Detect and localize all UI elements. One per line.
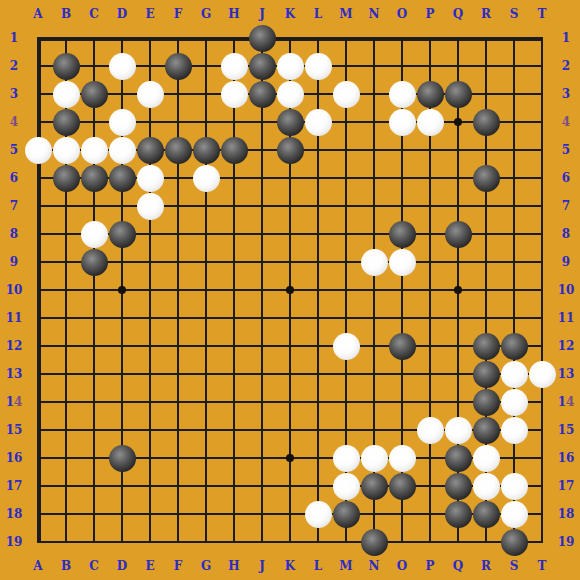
point-E9[interactable] <box>136 248 164 276</box>
point-M10[interactable] <box>332 276 360 304</box>
point-K4[interactable] <box>276 108 304 136</box>
point-Q11[interactable] <box>444 304 472 332</box>
point-N10[interactable] <box>360 276 388 304</box>
point-D13[interactable] <box>108 360 136 388</box>
point-M1[interactable] <box>332 24 360 52</box>
coord-label-left-13[interactable]: 13 <box>2 366 26 382</box>
coord-label-left-3[interactable]: 3 <box>2 86 26 102</box>
coord-label-right-19[interactable]: 19 <box>554 534 578 550</box>
point-M19[interactable] <box>332 528 360 556</box>
point-H11[interactable] <box>220 304 248 332</box>
point-E17[interactable] <box>136 472 164 500</box>
point-M2[interactable] <box>332 52 360 80</box>
point-A9[interactable] <box>24 248 52 276</box>
point-D2[interactable] <box>108 52 136 80</box>
point-G18[interactable] <box>192 500 220 528</box>
point-P7[interactable] <box>416 192 444 220</box>
point-A12[interactable] <box>24 332 52 360</box>
point-B14[interactable] <box>52 388 80 416</box>
point-P19[interactable] <box>416 528 444 556</box>
point-K1[interactable] <box>276 24 304 52</box>
coord-label-left-19[interactable]: 19 <box>2 534 26 550</box>
point-H12[interactable] <box>220 332 248 360</box>
point-B11[interactable] <box>52 304 80 332</box>
point-F5[interactable] <box>164 136 192 164</box>
point-R16[interactable] <box>472 444 500 472</box>
point-A16[interactable] <box>24 444 52 472</box>
point-C11[interactable] <box>80 304 108 332</box>
coord-label-left-8[interactable]: 8 <box>2 226 26 242</box>
coord-label-left-10[interactable]: 10 <box>2 282 26 298</box>
point-S13[interactable] <box>500 360 528 388</box>
point-M3[interactable] <box>332 80 360 108</box>
point-A15[interactable] <box>24 416 52 444</box>
point-Q9[interactable] <box>444 248 472 276</box>
point-G16[interactable] <box>192 444 220 472</box>
point-O14[interactable] <box>388 388 416 416</box>
point-L4[interactable] <box>304 108 332 136</box>
point-G12[interactable] <box>192 332 220 360</box>
coord-label-right-14[interactable]: 14 <box>554 394 578 410</box>
point-N3[interactable] <box>360 80 388 108</box>
point-C15[interactable] <box>80 416 108 444</box>
point-T9[interactable] <box>528 248 556 276</box>
point-T13[interactable] <box>528 360 556 388</box>
point-O5[interactable] <box>388 136 416 164</box>
point-G5[interactable] <box>192 136 220 164</box>
point-A3[interactable] <box>24 80 52 108</box>
point-P8[interactable] <box>416 220 444 248</box>
point-K9[interactable] <box>276 248 304 276</box>
point-B19[interactable] <box>52 528 80 556</box>
point-F8[interactable] <box>164 220 192 248</box>
point-D4[interactable] <box>108 108 136 136</box>
point-L8[interactable] <box>304 220 332 248</box>
point-F14[interactable] <box>164 388 192 416</box>
point-O4[interactable] <box>388 108 416 136</box>
point-K17[interactable] <box>276 472 304 500</box>
point-K5[interactable] <box>276 136 304 164</box>
point-M5[interactable] <box>332 136 360 164</box>
point-N19[interactable] <box>360 528 388 556</box>
point-M6[interactable] <box>332 164 360 192</box>
point-A2[interactable] <box>24 52 52 80</box>
point-P15[interactable] <box>416 416 444 444</box>
point-Q18[interactable] <box>444 500 472 528</box>
coord-label-right-18[interactable]: 18 <box>554 506 578 522</box>
coord-label-top-Q[interactable]: Q <box>446 6 470 22</box>
point-K7[interactable] <box>276 192 304 220</box>
point-G9[interactable] <box>192 248 220 276</box>
point-J9[interactable] <box>248 248 276 276</box>
point-L7[interactable] <box>304 192 332 220</box>
point-L15[interactable] <box>304 416 332 444</box>
point-H6[interactable] <box>220 164 248 192</box>
coord-label-right-5[interactable]: 5 <box>554 142 578 158</box>
coord-label-top-C[interactable]: C <box>82 6 106 22</box>
point-N17[interactable] <box>360 472 388 500</box>
coord-label-left-11[interactable]: 11 <box>2 310 26 326</box>
point-Q1[interactable] <box>444 24 472 52</box>
point-O12[interactable] <box>388 332 416 360</box>
point-J4[interactable] <box>248 108 276 136</box>
point-A6[interactable] <box>24 164 52 192</box>
coord-label-right-12[interactable]: 12 <box>554 338 578 354</box>
point-R18[interactable] <box>472 500 500 528</box>
point-E6[interactable] <box>136 164 164 192</box>
coord-label-bottom-Q[interactable]: Q <box>446 558 470 574</box>
point-K8[interactable] <box>276 220 304 248</box>
point-B3[interactable] <box>52 80 80 108</box>
point-N12[interactable] <box>360 332 388 360</box>
point-B6[interactable] <box>52 164 80 192</box>
point-Q10[interactable] <box>444 276 472 304</box>
point-G2[interactable] <box>192 52 220 80</box>
point-E5[interactable] <box>136 136 164 164</box>
point-D12[interactable] <box>108 332 136 360</box>
point-F10[interactable] <box>164 276 192 304</box>
point-Q15[interactable] <box>444 416 472 444</box>
point-R6[interactable] <box>472 164 500 192</box>
point-L12[interactable] <box>304 332 332 360</box>
coord-label-bottom-L[interactable]: L <box>306 558 330 574</box>
coord-label-right-8[interactable]: 8 <box>554 226 578 242</box>
coord-label-top-A[interactable]: A <box>26 6 50 22</box>
point-L2[interactable] <box>304 52 332 80</box>
point-G15[interactable] <box>192 416 220 444</box>
point-C8[interactable] <box>80 220 108 248</box>
point-R19[interactable] <box>472 528 500 556</box>
point-K12[interactable] <box>276 332 304 360</box>
point-J12[interactable] <box>248 332 276 360</box>
point-G14[interactable] <box>192 388 220 416</box>
coord-label-right-11[interactable]: 11 <box>554 310 578 326</box>
point-C12[interactable] <box>80 332 108 360</box>
coord-label-top-D[interactable]: D <box>110 6 134 22</box>
point-F16[interactable] <box>164 444 192 472</box>
point-D7[interactable] <box>108 192 136 220</box>
coord-label-top-J[interactable]: J <box>250 6 274 22</box>
point-G17[interactable] <box>192 472 220 500</box>
point-O19[interactable] <box>388 528 416 556</box>
point-D16[interactable] <box>108 444 136 472</box>
point-S6[interactable] <box>500 164 528 192</box>
coord-label-left-18[interactable]: 18 <box>2 506 26 522</box>
point-D1[interactable] <box>108 24 136 52</box>
point-H4[interactable] <box>220 108 248 136</box>
point-D14[interactable] <box>108 388 136 416</box>
point-P2[interactable] <box>416 52 444 80</box>
point-M7[interactable] <box>332 192 360 220</box>
point-C10[interactable] <box>80 276 108 304</box>
coord-label-top-L[interactable]: L <box>306 6 330 22</box>
point-M4[interactable] <box>332 108 360 136</box>
point-P16[interactable] <box>416 444 444 472</box>
point-C2[interactable] <box>80 52 108 80</box>
point-G11[interactable] <box>192 304 220 332</box>
coord-label-left-6[interactable]: 6 <box>2 170 26 186</box>
point-L11[interactable] <box>304 304 332 332</box>
point-P14[interactable] <box>416 388 444 416</box>
point-T10[interactable] <box>528 276 556 304</box>
point-G13[interactable] <box>192 360 220 388</box>
point-B7[interactable] <box>52 192 80 220</box>
point-E3[interactable] <box>136 80 164 108</box>
point-B8[interactable] <box>52 220 80 248</box>
point-B15[interactable] <box>52 416 80 444</box>
point-P3[interactable] <box>416 80 444 108</box>
point-S10[interactable] <box>500 276 528 304</box>
point-F7[interactable] <box>164 192 192 220</box>
point-L3[interactable] <box>304 80 332 108</box>
point-M15[interactable] <box>332 416 360 444</box>
point-R4[interactable] <box>472 108 500 136</box>
point-M12[interactable] <box>332 332 360 360</box>
point-H16[interactable] <box>220 444 248 472</box>
coord-label-bottom-R[interactable]: R <box>474 558 498 574</box>
coord-label-right-9[interactable]: 9 <box>554 254 578 270</box>
point-Q16[interactable] <box>444 444 472 472</box>
point-M11[interactable] <box>332 304 360 332</box>
point-G10[interactable] <box>192 276 220 304</box>
point-L14[interactable] <box>304 388 332 416</box>
point-M9[interactable] <box>332 248 360 276</box>
point-J7[interactable] <box>248 192 276 220</box>
point-J2[interactable] <box>248 52 276 80</box>
point-D15[interactable] <box>108 416 136 444</box>
point-Q7[interactable] <box>444 192 472 220</box>
point-H13[interactable] <box>220 360 248 388</box>
point-A4[interactable] <box>24 108 52 136</box>
point-D11[interactable] <box>108 304 136 332</box>
point-P4[interactable] <box>416 108 444 136</box>
point-B12[interactable] <box>52 332 80 360</box>
point-E1[interactable] <box>136 24 164 52</box>
point-Q19[interactable] <box>444 528 472 556</box>
point-E2[interactable] <box>136 52 164 80</box>
point-C14[interactable] <box>80 388 108 416</box>
point-B13[interactable] <box>52 360 80 388</box>
point-O1[interactable] <box>388 24 416 52</box>
point-L16[interactable] <box>304 444 332 472</box>
point-A11[interactable] <box>24 304 52 332</box>
point-J1[interactable] <box>248 24 276 52</box>
point-T4[interactable] <box>528 108 556 136</box>
point-E18[interactable] <box>136 500 164 528</box>
point-R10[interactable] <box>472 276 500 304</box>
point-L10[interactable] <box>304 276 332 304</box>
coord-label-right-16[interactable]: 16 <box>554 450 578 466</box>
point-R11[interactable] <box>472 304 500 332</box>
point-S8[interactable] <box>500 220 528 248</box>
point-N9[interactable] <box>360 248 388 276</box>
coord-label-left-1[interactable]: 1 <box>2 30 26 46</box>
point-G19[interactable] <box>192 528 220 556</box>
point-K11[interactable] <box>276 304 304 332</box>
point-T11[interactable] <box>528 304 556 332</box>
coord-label-left-7[interactable]: 7 <box>2 198 26 214</box>
point-Q5[interactable] <box>444 136 472 164</box>
point-M18[interactable] <box>332 500 360 528</box>
point-A18[interactable] <box>24 500 52 528</box>
coord-label-top-T[interactable]: T <box>530 6 554 22</box>
coord-label-right-3[interactable]: 3 <box>554 86 578 102</box>
coord-label-left-14[interactable]: 14 <box>2 394 26 410</box>
point-C3[interactable] <box>80 80 108 108</box>
point-L18[interactable] <box>304 500 332 528</box>
point-A1[interactable] <box>24 24 52 52</box>
point-O6[interactable] <box>388 164 416 192</box>
coord-label-right-6[interactable]: 6 <box>554 170 578 186</box>
point-S14[interactable] <box>500 388 528 416</box>
point-C4[interactable] <box>80 108 108 136</box>
point-C1[interactable] <box>80 24 108 52</box>
point-N18[interactable] <box>360 500 388 528</box>
point-C9[interactable] <box>80 248 108 276</box>
point-S2[interactable] <box>500 52 528 80</box>
point-H9[interactable] <box>220 248 248 276</box>
point-D18[interactable] <box>108 500 136 528</box>
coord-label-right-4[interactable]: 4 <box>554 114 578 130</box>
point-L17[interactable] <box>304 472 332 500</box>
point-F15[interactable] <box>164 416 192 444</box>
point-F3[interactable] <box>164 80 192 108</box>
point-H7[interactable] <box>220 192 248 220</box>
point-Q4[interactable] <box>444 108 472 136</box>
point-T7[interactable] <box>528 192 556 220</box>
point-S3[interactable] <box>500 80 528 108</box>
point-R1[interactable] <box>472 24 500 52</box>
point-B9[interactable] <box>52 248 80 276</box>
coord-label-top-E[interactable]: E <box>138 6 162 22</box>
coord-label-bottom-G[interactable]: G <box>194 558 218 574</box>
point-C5[interactable] <box>80 136 108 164</box>
point-L13[interactable] <box>304 360 332 388</box>
point-S1[interactable] <box>500 24 528 52</box>
coord-label-top-B[interactable]: B <box>54 6 78 22</box>
point-D19[interactable] <box>108 528 136 556</box>
point-M16[interactable] <box>332 444 360 472</box>
point-B4[interactable] <box>52 108 80 136</box>
coord-label-bottom-S[interactable]: S <box>502 558 526 574</box>
point-F9[interactable] <box>164 248 192 276</box>
coord-label-top-G[interactable]: G <box>194 6 218 22</box>
point-T18[interactable] <box>528 500 556 528</box>
point-Q8[interactable] <box>444 220 472 248</box>
point-E15[interactable] <box>136 416 164 444</box>
point-B18[interactable] <box>52 500 80 528</box>
point-R5[interactable] <box>472 136 500 164</box>
point-H2[interactable] <box>220 52 248 80</box>
point-E13[interactable] <box>136 360 164 388</box>
point-H19[interactable] <box>220 528 248 556</box>
point-L9[interactable] <box>304 248 332 276</box>
point-D5[interactable] <box>108 136 136 164</box>
point-Q13[interactable] <box>444 360 472 388</box>
point-P5[interactable] <box>416 136 444 164</box>
point-O3[interactable] <box>388 80 416 108</box>
point-J19[interactable] <box>248 528 276 556</box>
point-N11[interactable] <box>360 304 388 332</box>
point-E8[interactable] <box>136 220 164 248</box>
point-D10[interactable] <box>108 276 136 304</box>
point-G1[interactable] <box>192 24 220 52</box>
point-N4[interactable] <box>360 108 388 136</box>
point-B10[interactable] <box>52 276 80 304</box>
coord-label-top-M[interactable]: M <box>334 6 358 22</box>
coord-label-left-2[interactable]: 2 <box>2 58 26 74</box>
point-E19[interactable] <box>136 528 164 556</box>
point-F1[interactable] <box>164 24 192 52</box>
point-O9[interactable] <box>388 248 416 276</box>
point-F18[interactable] <box>164 500 192 528</box>
point-E11[interactable] <box>136 304 164 332</box>
coord-label-bottom-K[interactable]: K <box>278 558 302 574</box>
point-C19[interactable] <box>80 528 108 556</box>
point-J6[interactable] <box>248 164 276 192</box>
point-K3[interactable] <box>276 80 304 108</box>
point-H10[interactable] <box>220 276 248 304</box>
point-G3[interactable] <box>192 80 220 108</box>
point-P13[interactable] <box>416 360 444 388</box>
point-T5[interactable] <box>528 136 556 164</box>
point-M8[interactable] <box>332 220 360 248</box>
point-M17[interactable] <box>332 472 360 500</box>
point-C17[interactable] <box>80 472 108 500</box>
coord-label-right-15[interactable]: 15 <box>554 422 578 438</box>
point-S5[interactable] <box>500 136 528 164</box>
point-J5[interactable] <box>248 136 276 164</box>
coord-label-right-7[interactable]: 7 <box>554 198 578 214</box>
point-L6[interactable] <box>304 164 332 192</box>
point-H18[interactable] <box>220 500 248 528</box>
coord-label-top-F[interactable]: F <box>166 6 190 22</box>
point-Q14[interactable] <box>444 388 472 416</box>
point-S17[interactable] <box>500 472 528 500</box>
point-T1[interactable] <box>528 24 556 52</box>
point-F19[interactable] <box>164 528 192 556</box>
point-H8[interactable] <box>220 220 248 248</box>
point-F6[interactable] <box>164 164 192 192</box>
coord-label-left-16[interactable]: 16 <box>2 450 26 466</box>
point-O17[interactable] <box>388 472 416 500</box>
point-H14[interactable] <box>220 388 248 416</box>
coord-label-bottom-N[interactable]: N <box>362 558 386 574</box>
point-T19[interactable] <box>528 528 556 556</box>
coord-label-bottom-J[interactable]: J <box>250 558 274 574</box>
point-K18[interactable] <box>276 500 304 528</box>
coord-label-right-2[interactable]: 2 <box>554 58 578 74</box>
point-T12[interactable] <box>528 332 556 360</box>
point-C16[interactable] <box>80 444 108 472</box>
point-K15[interactable] <box>276 416 304 444</box>
point-O8[interactable] <box>388 220 416 248</box>
point-K6[interactable] <box>276 164 304 192</box>
point-O2[interactable] <box>388 52 416 80</box>
point-K10[interactable] <box>276 276 304 304</box>
point-N8[interactable] <box>360 220 388 248</box>
point-J11[interactable] <box>248 304 276 332</box>
point-G6[interactable] <box>192 164 220 192</box>
coord-label-bottom-H[interactable]: H <box>222 558 246 574</box>
point-C6[interactable] <box>80 164 108 192</box>
point-P9[interactable] <box>416 248 444 276</box>
coord-label-top-O[interactable]: O <box>390 6 414 22</box>
point-S15[interactable] <box>500 416 528 444</box>
coord-label-bottom-C[interactable]: C <box>82 558 106 574</box>
point-F12[interactable] <box>164 332 192 360</box>
coord-label-left-17[interactable]: 17 <box>2 478 26 494</box>
